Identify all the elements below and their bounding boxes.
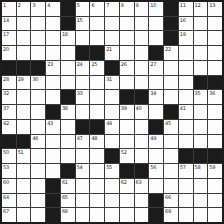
grid-cell[interactable] [90, 194, 104, 208]
black-cell [120, 90, 134, 104]
clue-number: 29 [18, 76, 24, 82]
grid-cell[interactable]: 51 [17, 149, 31, 163]
grid-cell[interactable] [208, 120, 222, 134]
clue-number: 3 [32, 2, 35, 8]
clue-number: 1 [3, 2, 6, 8]
grid-cell[interactable]: 69 [164, 208, 178, 222]
black-cell [17, 135, 31, 149]
clue-number: 10 [150, 2, 156, 8]
clue-number: 14 [3, 17, 9, 23]
grid-cell[interactable] [31, 194, 45, 208]
clue-number: 52 [121, 149, 127, 155]
clue-number: 18 [62, 31, 68, 37]
grid-cell[interactable]: 41 [179, 105, 193, 119]
black-cell [194, 149, 208, 163]
grid-cell[interactable] [208, 17, 222, 31]
grid-cell[interactable]: 20 [2, 46, 16, 60]
grid-cell[interactable]: 55 [105, 164, 119, 178]
black-cell [46, 208, 60, 222]
clue-number: 63 [136, 179, 142, 185]
grid-cell[interactable] [46, 164, 60, 178]
grid-cell[interactable] [17, 194, 31, 208]
grid-cell[interactable] [135, 149, 149, 163]
grid-cell[interactable]: 31 [105, 76, 119, 90]
clue-number: 61 [62, 179, 68, 185]
grid-cell[interactable] [61, 46, 75, 60]
grid-cell[interactable] [194, 194, 208, 208]
grid-cell[interactable] [135, 135, 149, 149]
grid-cell[interactable] [164, 149, 178, 163]
clue-number: 35 [195, 90, 201, 96]
grid-cell[interactable] [149, 105, 163, 119]
black-cell [149, 194, 163, 208]
grid-cell[interactable]: 18 [61, 31, 75, 45]
grid-cell[interactable]: 50 [2, 149, 16, 163]
grid-cell[interactable] [149, 179, 163, 193]
grid-cell[interactable] [120, 31, 134, 45]
grid-cell[interactable] [76, 76, 90, 90]
grid-cell[interactable] [17, 179, 31, 193]
clue-number: 38 [62, 105, 68, 111]
black-cell [90, 120, 104, 134]
clue-number: 46 [32, 135, 38, 141]
clue-number: 56 [150, 164, 156, 170]
grid-cell[interactable]: 10 [149, 2, 163, 16]
grid-cell[interactable]: 25 [90, 61, 104, 75]
black-cell [149, 208, 163, 222]
grid-cell[interactable]: 9 [135, 2, 149, 16]
grid-cell[interactable]: 11 [179, 2, 193, 16]
grid-cell[interactable]: 67 [2, 208, 16, 222]
grid-cell[interactable] [208, 179, 222, 193]
grid-cell[interactable] [135, 76, 149, 90]
grid-cell[interactable] [179, 61, 193, 75]
black-cell [164, 31, 178, 45]
grid-cell[interactable] [179, 194, 193, 208]
grid-cell[interactable]: 43 [46, 120, 60, 134]
clue-number: 51 [18, 149, 24, 155]
clue-number: 19 [180, 31, 186, 37]
clue-number: 7 [106, 2, 109, 8]
grid-cell[interactable] [194, 120, 208, 134]
grid-cell[interactable] [31, 90, 45, 104]
clue-number: 23 [47, 61, 53, 67]
grid-cell[interactable] [31, 179, 45, 193]
clue-number: 48 [91, 135, 97, 141]
grid-cell[interactable]: 62 [120, 179, 134, 193]
grid-cell[interactable] [120, 135, 134, 149]
grid-cell[interactable]: 8 [120, 2, 134, 16]
grid-cell[interactable] [194, 46, 208, 60]
grid-cell[interactable] [135, 120, 149, 134]
grid-cell[interactable] [194, 61, 208, 75]
grid-cell[interactable] [105, 90, 119, 104]
clue-number: 36 [209, 90, 215, 96]
grid-cell[interactable]: 42 [2, 120, 16, 134]
clue-number: 49 [150, 135, 156, 141]
clue-number: 2 [18, 2, 21, 8]
grid-cell[interactable]: 59 [208, 164, 222, 178]
grid-cell[interactable] [194, 179, 208, 193]
grid-cell[interactable]: 61 [61, 179, 75, 193]
grid-cell[interactable] [90, 179, 104, 193]
grid-cell[interactable]: 24 [76, 61, 90, 75]
grid-cell[interactable] [105, 17, 119, 31]
grid-cell[interactable] [135, 31, 149, 45]
grid-cell[interactable] [90, 149, 104, 163]
clue-number: 17 [3, 31, 9, 37]
grid-cell[interactable]: 15 [76, 17, 90, 31]
grid-cell[interactable] [17, 31, 31, 45]
grid-cell[interactable]: 30 [31, 76, 45, 90]
grid-cell[interactable] [46, 135, 60, 149]
black-cell [164, 2, 178, 16]
grid-cell[interactable] [164, 135, 178, 149]
clue-number: 41 [180, 105, 186, 111]
grid-cell[interactable]: 35 [194, 90, 208, 104]
grid-cell[interactable]: 58 [194, 164, 208, 178]
grid-cell[interactable] [179, 120, 193, 134]
grid-cell[interactable] [46, 76, 60, 90]
black-cell [149, 46, 163, 60]
grid-cell[interactable] [120, 46, 134, 60]
grid-cell[interactable] [61, 120, 75, 134]
grid-cell[interactable] [31, 149, 45, 163]
grid-cell[interactable] [135, 208, 149, 222]
grid-cell[interactable] [208, 194, 222, 208]
black-cell [2, 61, 16, 75]
clue-number: 34 [150, 90, 156, 96]
clue-number: 59 [209, 164, 215, 170]
grid-cell[interactable] [120, 194, 134, 208]
grid-cell[interactable]: 19 [179, 31, 193, 45]
grid-cell[interactable]: 44 [105, 120, 119, 134]
grid-cell[interactable] [120, 208, 134, 222]
grid-cell[interactable] [164, 164, 178, 178]
grid-cell[interactable] [135, 17, 149, 31]
grid-cell[interactable] [31, 164, 45, 178]
clue-number: 11 [180, 2, 186, 8]
grid-cell[interactable]: 7 [105, 2, 119, 16]
clue-number: 68 [62, 208, 68, 214]
grid-cell[interactable] [90, 208, 104, 222]
grid-cell[interactable] [164, 76, 178, 90]
grid-cell[interactable] [149, 31, 163, 45]
grid-cell[interactable] [61, 149, 75, 163]
grid-cell[interactable] [31, 208, 45, 222]
clue-number: 33 [77, 90, 83, 96]
grid-cell[interactable]: 3 [31, 2, 45, 16]
grid-cell[interactable]: 60 [2, 179, 16, 193]
grid-cell[interactable] [17, 46, 31, 60]
grid-cell[interactable]: 40 [135, 105, 149, 119]
grid-cell[interactable]: 68 [61, 208, 75, 222]
grid-cell[interactable] [61, 135, 75, 149]
grid-cell[interactable]: 64 [2, 194, 16, 208]
grid-cell[interactable] [179, 179, 193, 193]
grid-cell[interactable] [105, 179, 119, 193]
grid-cell[interactable] [135, 46, 149, 60]
grid-cell[interactable] [90, 76, 104, 90]
black-cell [90, 46, 104, 60]
grid-cell[interactable]: 47 [76, 135, 90, 149]
grid-cell[interactable]: 63 [135, 179, 149, 193]
grid-cell[interactable] [46, 31, 60, 45]
grid-cell[interactable]: 33 [76, 90, 90, 104]
clue-number: 44 [106, 120, 112, 126]
clue-number: 50 [3, 149, 9, 155]
clue-number: 47 [77, 135, 83, 141]
grid-cell[interactable] [105, 135, 119, 149]
clue-number: 66 [165, 194, 171, 200]
grid-cell[interactable]: 36 [208, 90, 222, 104]
black-cell [164, 105, 178, 119]
grid-cell[interactable] [90, 90, 104, 104]
grid-cell[interactable]: 23 [46, 61, 60, 75]
clue-number: 30 [32, 76, 38, 82]
clue-number: 9 [136, 2, 139, 8]
clue-number: 55 [106, 164, 112, 170]
grid-cell[interactable] [17, 164, 31, 178]
clue-number: 58 [195, 164, 201, 170]
clue-number: 4 [47, 2, 50, 8]
clue-number: 24 [77, 61, 83, 67]
grid-cell[interactable] [164, 179, 178, 193]
grid-cell[interactable]: 5 [76, 2, 90, 16]
grid-cell[interactable]: 49 [149, 135, 163, 149]
grid-cell[interactable]: 17 [2, 31, 16, 45]
clue-number: 20 [3, 46, 9, 52]
grid-cell[interactable]: 56 [149, 164, 163, 178]
grid-cell[interactable]: 2 [17, 2, 31, 16]
grid-cell[interactable] [105, 194, 119, 208]
grid-cell[interactable] [31, 46, 45, 60]
grid-cell[interactable]: 52 [120, 149, 134, 163]
black-cell [46, 194, 60, 208]
grid-cell[interactable]: 21 [105, 46, 119, 60]
grid-cell[interactable] [149, 76, 163, 90]
black-cell [208, 149, 222, 163]
clue-number: 57 [180, 164, 186, 170]
black-cell [105, 61, 119, 75]
grid-cell[interactable] [179, 46, 193, 60]
grid-cell[interactable]: 22 [164, 46, 178, 60]
clue-number: 27 [150, 61, 156, 67]
grid-cell[interactable] [208, 46, 222, 60]
grid-cell[interactable] [208, 208, 222, 222]
clue-number: 43 [47, 120, 53, 126]
grid-cell[interactable] [164, 90, 178, 104]
grid-cell[interactable]: 65 [61, 194, 75, 208]
black-cell [61, 164, 75, 178]
grid-cell[interactable] [208, 31, 222, 45]
grid-cell[interactable]: 16 [179, 17, 193, 31]
black-cell [164, 17, 178, 31]
grid-cell[interactable]: 54 [76, 164, 90, 178]
clue-number: 13 [209, 2, 215, 8]
grid-cell[interactable] [76, 179, 90, 193]
grid-cell[interactable] [135, 194, 149, 208]
clue-number: 62 [121, 179, 127, 185]
grid-cell[interactable] [208, 105, 222, 119]
grid-cell[interactable] [179, 208, 193, 222]
grid-cell[interactable] [105, 105, 119, 119]
clue-number: 65 [62, 194, 68, 200]
grid-cell[interactable]: 32 [2, 90, 16, 104]
clue-number: 32 [3, 90, 9, 96]
grid-cell[interactable]: 26 [120, 61, 134, 75]
clue-number: 42 [3, 120, 9, 126]
grid-cell[interactable] [61, 61, 75, 75]
grid-cell[interactable]: 66 [164, 194, 178, 208]
grid-cell[interactable] [120, 76, 134, 90]
clue-number: 67 [3, 208, 9, 214]
clue-number: 54 [77, 164, 83, 170]
grid-cell[interactable]: 6 [90, 2, 104, 16]
grid-cell[interactable] [90, 164, 104, 178]
grid-cell[interactable]: 13 [208, 2, 222, 16]
grid-cell[interactable] [179, 90, 193, 104]
grid-cell[interactable] [208, 61, 222, 75]
grid-cell[interactable] [17, 90, 31, 104]
clue-number: 40 [136, 105, 142, 111]
grid-cell[interactable] [149, 149, 163, 163]
grid-cell[interactable] [76, 105, 90, 119]
clue-number: 22 [165, 46, 171, 52]
grid-cell[interactable] [149, 17, 163, 31]
grid-cell[interactable] [120, 17, 134, 31]
grid-cell[interactable] [46, 17, 60, 31]
grid-cell[interactable] [194, 208, 208, 222]
grid-cell[interactable] [194, 135, 208, 149]
black-cell [76, 46, 90, 60]
crossword-puzzle: 1234567891011121314151617181920212223242… [0, 0, 224, 224]
grid-cell[interactable]: 48 [90, 135, 104, 149]
clue-number: 39 [121, 105, 127, 111]
grid-cell[interactable]: 12 [194, 2, 208, 16]
grid-cell[interactable] [90, 31, 104, 45]
clue-number: 16 [180, 17, 186, 23]
grid-cell[interactable] [90, 105, 104, 119]
clue-number: 6 [91, 2, 94, 8]
black-cell [46, 105, 60, 119]
grid-cell[interactable] [76, 149, 90, 163]
clue-number: 8 [121, 2, 124, 8]
grid-cell[interactable] [46, 46, 60, 60]
black-cell [179, 149, 193, 163]
black-cell [61, 17, 75, 31]
grid-cell[interactable] [76, 208, 90, 222]
black-cell [61, 90, 75, 104]
grid-cell[interactable] [17, 105, 31, 119]
black-cell [31, 61, 45, 75]
clue-number: 37 [3, 105, 9, 111]
grid-cell[interactable] [76, 194, 90, 208]
black-cell [194, 76, 208, 90]
clue-number: 5 [77, 2, 80, 8]
grid-cell[interactable] [31, 120, 45, 134]
clue-number: 45 [165, 120, 171, 126]
clue-number: 64 [3, 194, 9, 200]
grid-cell[interactable] [135, 61, 149, 75]
grid-cell[interactable]: 29 [17, 76, 31, 90]
grid-cell[interactable] [194, 17, 208, 31]
grid-cell[interactable]: 37 [2, 105, 16, 119]
grid-cell[interactable] [46, 90, 60, 104]
grid-cell[interactable]: 46 [31, 135, 45, 149]
clue-number: 53 [3, 164, 9, 170]
grid-cell[interactable] [76, 31, 90, 45]
grid-cell[interactable] [17, 120, 31, 134]
clue-number: 60 [3, 179, 9, 185]
black-cell [105, 149, 119, 163]
clue-number: 15 [77, 17, 83, 23]
grid-cell[interactable]: 28 [2, 76, 16, 90]
grid-cell[interactable] [90, 17, 104, 31]
grid-cell[interactable] [31, 105, 45, 119]
grid-cell[interactable] [120, 120, 134, 134]
grid-cell[interactable]: 38 [61, 105, 75, 119]
grid-cell[interactable] [194, 31, 208, 45]
grid-cell[interactable] [179, 76, 193, 90]
grid-cell[interactable] [17, 17, 31, 31]
grid-cell[interactable] [194, 105, 208, 119]
grid-cell[interactable]: 14 [2, 17, 16, 31]
black-cell [2, 135, 16, 149]
grid-cell[interactable]: 57 [179, 164, 193, 178]
grid-cell[interactable] [61, 76, 75, 90]
black-cell [208, 76, 222, 90]
grid-cell[interactable]: 53 [2, 164, 16, 178]
clue-number: 69 [165, 208, 171, 214]
grid-cell[interactable] [208, 135, 222, 149]
grid-cell[interactable]: 34 [149, 90, 163, 104]
grid-cell[interactable]: 39 [120, 105, 134, 119]
black-cell [135, 90, 149, 104]
black-cell [17, 61, 31, 75]
grid-cell[interactable] [31, 31, 45, 45]
grid-cell[interactable]: 45 [164, 120, 178, 134]
crossword-grid: 1234567891011121314151617181920212223242… [0, 0, 224, 224]
grid-cell[interactable] [31, 17, 45, 31]
grid-cell[interactable] [105, 208, 119, 222]
grid-cell[interactable]: 1 [2, 2, 16, 16]
black-cell [46, 179, 60, 193]
grid-cell[interactable] [17, 208, 31, 222]
black-cell [61, 2, 75, 16]
black-cell [76, 120, 90, 134]
clue-number: 26 [121, 61, 127, 67]
clue-number: 25 [91, 61, 97, 67]
grid-cell[interactable] [46, 149, 60, 163]
grid-cell[interactable]: 27 [149, 61, 163, 75]
black-cell [149, 120, 163, 134]
black-cell [120, 164, 134, 178]
grid-cell[interactable] [179, 135, 193, 149]
clue-number: 12 [195, 2, 201, 8]
clue-number: 21 [106, 46, 112, 52]
clue-number: 28 [3, 76, 9, 82]
grid-cell[interactable]: 4 [46, 2, 60, 16]
grid-cell[interactable] [164, 61, 178, 75]
grid-cell[interactable] [105, 31, 119, 45]
black-cell [135, 164, 149, 178]
clue-number: 31 [106, 76, 112, 82]
